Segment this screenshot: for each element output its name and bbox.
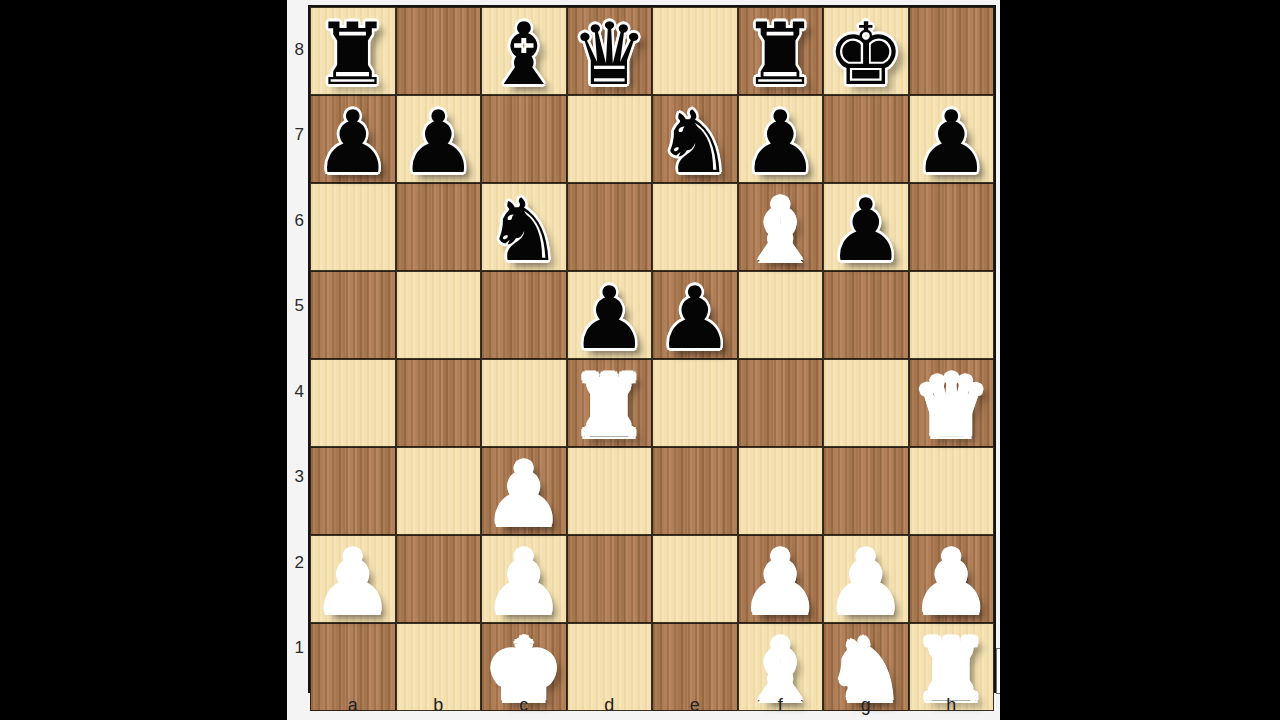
square-h5[interactable] (909, 271, 995, 359)
square-c3[interactable]: ♟ (481, 447, 567, 535)
piece-black-pawn[interactable]: ♟ (742, 99, 819, 185)
square-f3[interactable] (738, 447, 824, 535)
square-h4[interactable]: ♛ (909, 359, 995, 447)
square-c5[interactable] (481, 271, 567, 359)
piece-black-queen[interactable]: ♛ (571, 11, 648, 97)
square-b8[interactable] (396, 7, 482, 95)
square-d8[interactable]: ♛ (567, 7, 653, 95)
square-h7[interactable]: ♟ (909, 95, 995, 183)
piece-white-pawn[interactable]: ♟ (485, 451, 562, 537)
square-f2[interactable]: ♟ (738, 535, 824, 623)
piece-black-pawn[interactable]: ♟ (827, 187, 904, 273)
square-d3[interactable] (567, 447, 653, 535)
square-b3[interactable] (396, 447, 482, 535)
piece-white-pawn[interactable]: ♟ (314, 539, 391, 625)
piece-white-pawn[interactable]: ♟ (827, 539, 904, 625)
square-g3[interactable] (823, 447, 909, 535)
file-label-a: a (310, 692, 396, 718)
rank-label-2: 2 (287, 520, 306, 606)
piece-black-pawn[interactable]: ♟ (400, 99, 477, 185)
piece-black-bishop[interactable]: ♝ (485, 11, 562, 97)
piece-white-pawn[interactable]: ♟ (742, 539, 819, 625)
board-panel: 87654321 ♜♝♛♜♚♟♟♞♟♟♞♝♟♟♟♜♛♟♟♟♟♟♟♚♝♞♜ abc… (287, 0, 1000, 720)
square-b5[interactable] (396, 271, 482, 359)
square-g7[interactable] (823, 95, 909, 183)
piece-black-rook[interactable]: ♜ (742, 11, 819, 97)
file-label-b: b (396, 692, 482, 718)
piece-white-pawn[interactable]: ♟ (913, 539, 990, 625)
piece-black-pawn[interactable]: ♟ (314, 99, 391, 185)
piece-black-rook[interactable]: ♜ (314, 11, 391, 97)
piece-black-pawn[interactable]: ♟ (571, 275, 648, 361)
file-label-e: e (652, 692, 738, 718)
piece-black-knight[interactable]: ♞ (656, 99, 733, 185)
square-h8[interactable] (909, 7, 995, 95)
piece-white-queen[interactable]: ♛ (913, 363, 990, 449)
rank-labels: 87654321 (287, 7, 306, 691)
page: 87654321 ♜♝♛♜♚♟♟♞♟♟♞♝♟♟♟♜♛♟♟♟♟♟♟♚♝♞♜ abc… (0, 0, 1280, 720)
square-a4[interactable] (310, 359, 396, 447)
square-a7[interactable]: ♟ (310, 95, 396, 183)
rank-label-6: 6 (287, 178, 306, 264)
square-a3[interactable] (310, 447, 396, 535)
square-c7[interactable] (481, 95, 567, 183)
rank-label-3: 3 (287, 435, 306, 521)
square-c2[interactable]: ♟ (481, 535, 567, 623)
square-d6[interactable] (567, 183, 653, 271)
square-g4[interactable] (823, 359, 909, 447)
chess-board: ♜♝♛♜♚♟♟♞♟♟♞♝♟♟♟♜♛♟♟♟♟♟♟♚♝♞♜ (308, 5, 996, 693)
square-b7[interactable]: ♟ (396, 95, 482, 183)
square-d4[interactable]: ♜ (567, 359, 653, 447)
square-b6[interactable] (396, 183, 482, 271)
square-f6[interactable]: ♝ (738, 183, 824, 271)
square-c8[interactable]: ♝ (481, 7, 567, 95)
square-g6[interactable]: ♟ (823, 183, 909, 271)
file-label-h: h (909, 692, 995, 718)
rank-label-4: 4 (287, 349, 306, 435)
square-a5[interactable] (310, 271, 396, 359)
square-f4[interactable] (738, 359, 824, 447)
piece-black-knight[interactable]: ♞ (485, 187, 562, 273)
square-f8[interactable]: ♜ (738, 7, 824, 95)
square-a2[interactable]: ♟ (310, 535, 396, 623)
rank-label-7: 7 (287, 93, 306, 179)
square-g5[interactable] (823, 271, 909, 359)
file-labels: abcdefgh (310, 692, 994, 718)
square-h6[interactable] (909, 183, 995, 271)
rank-label-8: 8 (287, 7, 306, 93)
square-b4[interactable] (396, 359, 482, 447)
square-h3[interactable] (909, 447, 995, 535)
rank-label-5: 5 (287, 264, 306, 350)
square-a8[interactable]: ♜ (310, 7, 396, 95)
square-f5[interactable] (738, 271, 824, 359)
piece-white-bishop[interactable]: ♝ (742, 187, 819, 273)
file-label-c: c (481, 692, 567, 718)
piece-white-pawn[interactable]: ♟ (485, 539, 562, 625)
square-d2[interactable] (567, 535, 653, 623)
square-e7[interactable]: ♞ (652, 95, 738, 183)
square-e6[interactable] (652, 183, 738, 271)
square-g8[interactable]: ♚ (823, 7, 909, 95)
piece-black-pawn[interactable]: ♟ (656, 275, 733, 361)
square-c4[interactable] (481, 359, 567, 447)
piece-black-pawn[interactable]: ♟ (913, 99, 990, 185)
square-d7[interactable] (567, 95, 653, 183)
square-e8[interactable] (652, 7, 738, 95)
square-e5[interactable]: ♟ (652, 271, 738, 359)
file-label-f: f (738, 692, 824, 718)
file-label-g: g (823, 692, 909, 718)
square-h2[interactable]: ♟ (909, 535, 995, 623)
square-g2[interactable]: ♟ (823, 535, 909, 623)
square-f7[interactable]: ♟ (738, 95, 824, 183)
piece-white-rook[interactable]: ♜ (571, 363, 648, 449)
square-e3[interactable] (652, 447, 738, 535)
rank-label-1: 1 (287, 606, 306, 692)
square-e4[interactable] (652, 359, 738, 447)
file-label-d: d (567, 692, 653, 718)
piece-black-king[interactable]: ♚ (827, 11, 904, 97)
square-b2[interactable] (396, 535, 482, 623)
right-letterbox (1000, 0, 1280, 720)
square-a6[interactable] (310, 183, 396, 271)
square-e2[interactable] (652, 535, 738, 623)
square-c6[interactable]: ♞ (481, 183, 567, 271)
left-letterbox (0, 0, 287, 720)
square-d5[interactable]: ♟ (567, 271, 653, 359)
